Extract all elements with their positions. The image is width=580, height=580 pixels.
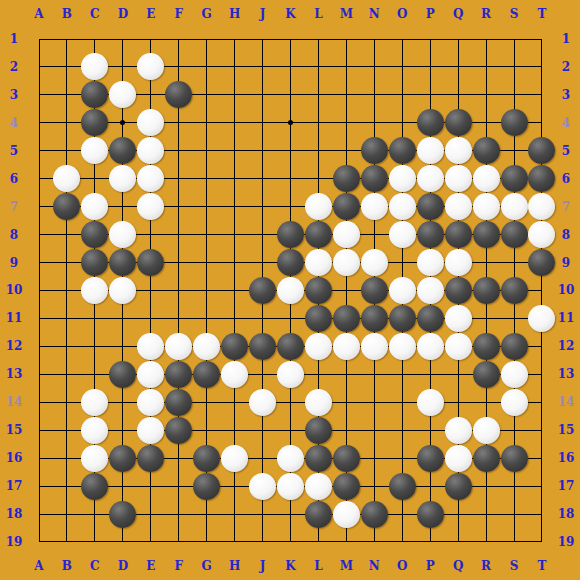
black-stone-N6 — [361, 165, 388, 192]
black-stone-R16 — [473, 445, 500, 472]
white-stone-N12 — [361, 333, 388, 360]
black-stone-L8 — [305, 221, 332, 248]
white-stone-T8 — [528, 221, 555, 248]
white-stone-R6 — [473, 165, 500, 192]
white-stone-L7 — [305, 193, 332, 220]
black-stone-J10 — [249, 277, 276, 304]
black-stone-N10 — [361, 277, 388, 304]
white-stone-P5 — [417, 137, 444, 164]
col-label-bottom-F: F — [174, 560, 183, 572]
row-label-left-5: 5 — [10, 145, 18, 157]
white-stone-D3 — [109, 81, 136, 108]
black-stone-T9 — [528, 249, 555, 276]
row-label-left-12: 12 — [6, 340, 23, 352]
row-label-right-15: 15 — [558, 424, 575, 436]
col-label-bottom-A: A — [34, 560, 43, 572]
star-point-D4 — [120, 120, 125, 125]
black-stone-E9 — [137, 249, 164, 276]
white-stone-E2 — [137, 53, 164, 80]
white-stone-H16 — [221, 445, 248, 472]
black-stone-R5 — [473, 137, 500, 164]
black-stone-P18 — [417, 501, 444, 528]
black-stone-S12 — [501, 333, 528, 360]
row-label-right-9: 9 — [562, 257, 570, 269]
white-stone-S14 — [501, 389, 528, 416]
col-label-top-N: N — [369, 8, 380, 20]
row-label-left-18: 18 — [6, 508, 23, 520]
star-point-K4 — [288, 120, 293, 125]
white-stone-C16 — [81, 445, 108, 472]
white-stone-L17 — [305, 473, 332, 500]
black-stone-N11 — [361, 305, 388, 332]
row-label-left-16: 16 — [6, 452, 23, 464]
white-stone-E7 — [137, 193, 164, 220]
black-stone-F3 — [165, 81, 192, 108]
row-label-left-1: 1 — [10, 33, 18, 45]
white-stone-S7 — [501, 193, 528, 220]
row-label-left-3: 3 — [10, 89, 18, 101]
black-stone-C4 — [81, 109, 108, 136]
row-label-left-6: 6 — [10, 173, 18, 185]
col-label-bottom-C: C — [90, 560, 100, 572]
black-stone-L16 — [305, 445, 332, 472]
white-stone-L14 — [305, 389, 332, 416]
white-stone-P14 — [417, 389, 444, 416]
col-label-bottom-S: S — [510, 560, 519, 572]
row-label-left-19: 19 — [6, 536, 23, 548]
black-stone-S8 — [501, 221, 528, 248]
black-stone-P8 — [417, 221, 444, 248]
row-label-right-10: 10 — [558, 284, 575, 296]
white-stone-D6 — [109, 165, 136, 192]
black-stone-O5 — [389, 137, 416, 164]
white-stone-D8 — [109, 221, 136, 248]
white-stone-R7 — [473, 193, 500, 220]
white-stone-M18 — [333, 501, 360, 528]
row-label-left-15: 15 — [6, 424, 23, 436]
white-stone-K10 — [277, 277, 304, 304]
row-label-left-17: 17 — [6, 480, 23, 492]
col-label-top-K: K — [285, 8, 295, 20]
col-label-bottom-T: T — [538, 560, 547, 572]
col-label-top-B: B — [62, 8, 72, 20]
col-label-top-M: M — [340, 8, 353, 20]
black-stone-D16 — [109, 445, 136, 472]
row-label-right-13: 13 — [558, 368, 575, 380]
white-stone-C7 — [81, 193, 108, 220]
col-label-top-C: C — [90, 8, 100, 20]
black-stone-Q8 — [445, 221, 472, 248]
col-label-bottom-Q: Q — [453, 560, 463, 572]
col-label-bottom-L: L — [314, 560, 322, 572]
white-stone-N7 — [361, 193, 388, 220]
black-stone-K12 — [277, 333, 304, 360]
col-label-top-G: G — [202, 8, 212, 20]
black-stone-L10 — [305, 277, 332, 304]
white-stone-B6 — [53, 165, 80, 192]
grid-line-horizontal — [39, 541, 543, 542]
row-label-right-5: 5 — [562, 145, 570, 157]
black-stone-S4 — [501, 109, 528, 136]
col-label-bottom-B: B — [62, 560, 72, 572]
black-stone-R13 — [473, 361, 500, 388]
row-label-left-10: 10 — [6, 284, 23, 296]
col-label-top-D: D — [118, 8, 128, 20]
black-stone-T6 — [528, 165, 555, 192]
white-stone-T7 — [528, 193, 555, 220]
white-stone-E6 — [137, 165, 164, 192]
black-stone-E16 — [137, 445, 164, 472]
row-label-left-2: 2 — [10, 61, 18, 73]
col-label-bottom-G: G — [202, 560, 212, 572]
white-stone-K13 — [277, 361, 304, 388]
col-label-bottom-E: E — [146, 560, 155, 572]
black-stone-K9 — [277, 249, 304, 276]
white-stone-E15 — [137, 417, 164, 444]
white-stone-Q5 — [445, 137, 472, 164]
black-stone-F14 — [165, 389, 192, 416]
white-stone-N9 — [361, 249, 388, 276]
col-label-top-H: H — [229, 8, 240, 20]
col-label-top-J: J — [260, 8, 266, 20]
grid-line-vertical — [541, 39, 542, 543]
white-stone-E12 — [137, 333, 164, 360]
white-stone-E4 — [137, 109, 164, 136]
col-label-bottom-H: H — [229, 560, 240, 572]
row-label-right-7: 7 — [562, 201, 570, 213]
row-label-left-9: 9 — [10, 257, 18, 269]
white-stone-D10 — [109, 277, 136, 304]
white-stone-L9 — [305, 249, 332, 276]
col-label-bottom-O: O — [397, 560, 407, 572]
white-stone-M9 — [333, 249, 360, 276]
black-stone-P7 — [417, 193, 444, 220]
col-label-top-O: O — [397, 8, 407, 20]
col-label-top-F: F — [174, 8, 183, 20]
white-stone-S13 — [501, 361, 528, 388]
white-stone-O7 — [389, 193, 416, 220]
white-stone-C15 — [81, 417, 108, 444]
black-stone-C8 — [81, 221, 108, 248]
white-stone-P12 — [417, 333, 444, 360]
row-label-left-14: 14 — [6, 396, 23, 408]
black-stone-O11 — [389, 305, 416, 332]
black-stone-S6 — [501, 165, 528, 192]
black-stone-N18 — [361, 501, 388, 528]
black-stone-N5 — [361, 137, 388, 164]
black-stone-C17 — [81, 473, 108, 500]
white-stone-L12 — [305, 333, 332, 360]
white-stone-K17 — [277, 473, 304, 500]
white-stone-G12 — [193, 333, 220, 360]
white-stone-P10 — [417, 277, 444, 304]
row-label-right-6: 6 — [562, 173, 570, 185]
black-stone-F15 — [165, 417, 192, 444]
black-stone-D13 — [109, 361, 136, 388]
black-stone-C9 — [81, 249, 108, 276]
black-stone-C3 — [81, 81, 108, 108]
white-stone-F12 — [165, 333, 192, 360]
row-label-right-11: 11 — [558, 312, 575, 324]
black-stone-M16 — [333, 445, 360, 472]
white-stone-E14 — [137, 389, 164, 416]
col-label-top-L: L — [314, 8, 322, 20]
white-stone-Q11 — [445, 305, 472, 332]
black-stone-J12 — [249, 333, 276, 360]
black-stone-R12 — [473, 333, 500, 360]
white-stone-Q9 — [445, 249, 472, 276]
white-stone-C10 — [81, 277, 108, 304]
black-stone-G17 — [193, 473, 220, 500]
row-label-right-1: 1 — [562, 33, 570, 45]
white-stone-O12 — [389, 333, 416, 360]
row-label-left-11: 11 — [6, 312, 23, 324]
col-label-top-E: E — [146, 8, 155, 20]
row-label-right-16: 16 — [558, 452, 575, 464]
white-stone-P6 — [417, 165, 444, 192]
black-stone-B7 — [53, 193, 80, 220]
white-stone-R15 — [473, 417, 500, 444]
black-stone-P16 — [417, 445, 444, 472]
row-label-right-8: 8 — [562, 229, 570, 241]
white-stone-H13 — [221, 361, 248, 388]
white-stone-T11 — [528, 305, 555, 332]
white-stone-Q15 — [445, 417, 472, 444]
col-label-top-S: S — [510, 8, 519, 20]
white-stone-O10 — [389, 277, 416, 304]
white-stone-J17 — [249, 473, 276, 500]
row-label-right-19: 19 — [558, 536, 575, 548]
black-stone-M11 — [333, 305, 360, 332]
black-stone-L15 — [305, 417, 332, 444]
white-stone-M12 — [333, 333, 360, 360]
black-stone-T5 — [528, 137, 555, 164]
white-stone-J14 — [249, 389, 276, 416]
row-label-right-18: 18 — [558, 508, 575, 520]
white-stone-C2 — [81, 53, 108, 80]
black-stone-O17 — [389, 473, 416, 500]
white-stone-O6 — [389, 165, 416, 192]
col-label-bottom-K: K — [285, 560, 295, 572]
black-stone-D18 — [109, 501, 136, 528]
row-label-right-3: 3 — [562, 89, 570, 101]
row-label-right-17: 17 — [558, 480, 575, 492]
white-stone-C14 — [81, 389, 108, 416]
black-stone-Q17 — [445, 473, 472, 500]
black-stone-M6 — [333, 165, 360, 192]
col-label-bottom-D: D — [118, 560, 128, 572]
black-stone-H12 — [221, 333, 248, 360]
col-label-bottom-R: R — [481, 560, 491, 572]
black-stone-K8 — [277, 221, 304, 248]
row-label-right-2: 2 — [562, 61, 570, 73]
white-stone-E5 — [137, 137, 164, 164]
col-label-top-A: A — [34, 8, 43, 20]
black-stone-S16 — [501, 445, 528, 472]
black-stone-G16 — [193, 445, 220, 472]
row-label-left-13: 13 — [6, 368, 23, 380]
row-label-left-8: 8 — [10, 229, 18, 241]
go-board[interactable]: AA11BB22CC33DD44EE55FF66GG77HH88JJ99KK10… — [0, 0, 580, 580]
row-label-right-12: 12 — [558, 340, 575, 352]
col-label-top-R: R — [481, 8, 491, 20]
row-label-right-14: 14 — [558, 396, 575, 408]
white-stone-Q7 — [445, 193, 472, 220]
black-stone-R10 — [473, 277, 500, 304]
col-label-top-T: T — [538, 8, 547, 20]
black-stone-R8 — [473, 221, 500, 248]
white-stone-Q16 — [445, 445, 472, 472]
black-stone-G13 — [193, 361, 220, 388]
white-stone-M8 — [333, 221, 360, 248]
black-stone-F13 — [165, 361, 192, 388]
black-stone-L11 — [305, 305, 332, 332]
black-stone-D5 — [109, 137, 136, 164]
black-stone-M7 — [333, 193, 360, 220]
black-stone-P11 — [417, 305, 444, 332]
row-label-right-4: 4 — [562, 117, 570, 129]
black-stone-Q4 — [445, 109, 472, 136]
col-label-bottom-J: J — [260, 560, 266, 572]
black-stone-S10 — [501, 277, 528, 304]
white-stone-E13 — [137, 361, 164, 388]
white-stone-Q12 — [445, 333, 472, 360]
row-label-left-4: 4 — [10, 117, 18, 129]
black-stone-L18 — [305, 501, 332, 528]
col-label-top-P: P — [426, 8, 435, 20]
white-stone-K16 — [277, 445, 304, 472]
black-stone-P4 — [417, 109, 444, 136]
black-stone-Q10 — [445, 277, 472, 304]
white-stone-Q6 — [445, 165, 472, 192]
col-label-bottom-N: N — [369, 560, 380, 572]
white-stone-P9 — [417, 249, 444, 276]
white-stone-O8 — [389, 221, 416, 248]
black-stone-M17 — [333, 473, 360, 500]
white-stone-C5 — [81, 137, 108, 164]
col-label-top-Q: Q — [453, 8, 463, 20]
row-label-left-7: 7 — [10, 201, 18, 213]
col-label-bottom-M: M — [340, 560, 353, 572]
col-label-bottom-P: P — [426, 560, 435, 572]
grid-line-horizontal — [39, 402, 543, 403]
black-stone-D9 — [109, 249, 136, 276]
